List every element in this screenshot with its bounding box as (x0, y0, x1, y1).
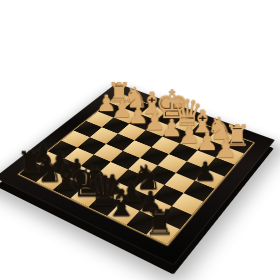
square-b4 (176, 161, 205, 180)
piece-white-rook: ♜ (107, 80, 126, 105)
piece-black-pawn: ♟ (32, 142, 53, 166)
chessboard: ♜♞♝♚♛♝♞♜♟♟♟♟♟♟♟♟♟♞♟♟♟♟♟♟♟♜♞♝♚♛♝♜ (20, 94, 253, 244)
piece-black-pawn: ♟ (193, 160, 215, 185)
piece-white-queen: ♛ (171, 96, 191, 130)
chessboard-frame: ♜♞♝♚♛♝♞♜♟♟♟♟♟♟♟♟♟♞♟♟♟♟♟♟♟♜♞♝♚♛♝♜ (0, 83, 275, 265)
piece-white-king: ♚ (155, 86, 175, 123)
product-photo: ♜♞♝♚♛♝♞♜♟♟♟♟♟♟♟♟♟♞♟♟♟♟♟♟♟♜♞♝♚♛♝♜ (0, 0, 280, 280)
square-c4 (158, 154, 187, 173)
piece-white-knight: ♞ (206, 114, 226, 143)
piece-black-pawn: ♟ (138, 189, 161, 216)
square-a2: ♟ (216, 147, 244, 165)
square-c8: ♝ (107, 202, 140, 225)
piece-black-rook: ♜ (17, 148, 39, 178)
square-c6: ♞ (134, 177, 165, 198)
photo-scene: ♜♞♝♚♛♝♞♜♟♟♟♟♟♟♟♟♟♞♟♟♟♟♟♟♟♜♞♝♚♛♝♜ (0, 0, 280, 280)
